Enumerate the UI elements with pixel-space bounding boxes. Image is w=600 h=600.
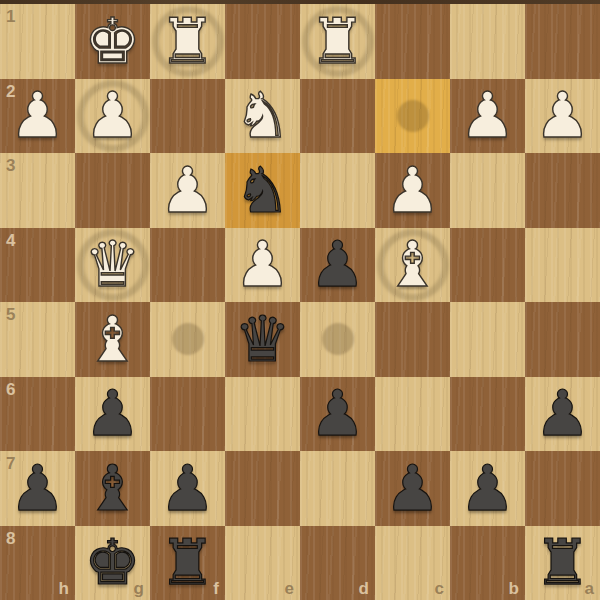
square-b5[interactable] bbox=[450, 302, 525, 377]
chess-app: 1♚♜♜2♟♟♞♟♟3♟♞♟4♛♟♟♝5♝♛6♟♟♟7♟♝♟♟♟8hg♚f♜ed… bbox=[0, 0, 600, 600]
black-rook[interactable]: ♜ bbox=[525, 526, 600, 600]
square-b7[interactable]: ♟ bbox=[450, 451, 525, 526]
square-h4[interactable]: 4 bbox=[0, 228, 75, 303]
square-e7[interactable] bbox=[225, 451, 300, 526]
black-rook[interactable]: ♜ bbox=[150, 526, 225, 600]
white-bishop[interactable]: ♝ bbox=[375, 228, 450, 303]
square-c4[interactable]: ♝ bbox=[375, 228, 450, 303]
square-h8[interactable]: 8h bbox=[0, 526, 75, 600]
rank-label-4: 4 bbox=[6, 232, 15, 249]
square-d6[interactable]: ♟ bbox=[300, 377, 375, 452]
square-d2[interactable] bbox=[300, 79, 375, 154]
square-e5[interactable]: ♛ bbox=[225, 302, 300, 377]
white-pawn[interactable]: ♟ bbox=[75, 79, 150, 154]
square-b6[interactable] bbox=[450, 377, 525, 452]
square-g2[interactable]: ♟ bbox=[75, 79, 150, 154]
black-pawn[interactable]: ♟ bbox=[75, 377, 150, 452]
square-d4[interactable]: ♟ bbox=[300, 228, 375, 303]
white-bishop[interactable]: ♝ bbox=[75, 302, 150, 377]
white-pawn[interactable]: ♟ bbox=[0, 79, 75, 154]
square-e2[interactable]: ♞ bbox=[225, 79, 300, 154]
square-a7[interactable] bbox=[525, 451, 600, 526]
square-b3[interactable] bbox=[450, 153, 525, 228]
square-e8[interactable]: e bbox=[225, 526, 300, 600]
square-a3[interactable] bbox=[525, 153, 600, 228]
square-a1[interactable] bbox=[525, 4, 600, 79]
file-label-h: h bbox=[59, 580, 69, 597]
black-pawn[interactable]: ♟ bbox=[300, 377, 375, 452]
white-queen[interactable]: ♛ bbox=[75, 228, 150, 303]
square-h3[interactable]: 3 bbox=[0, 153, 75, 228]
square-d5[interactable] bbox=[300, 302, 375, 377]
black-pawn[interactable]: ♟ bbox=[300, 228, 375, 303]
square-a6[interactable]: ♟ bbox=[525, 377, 600, 452]
black-pawn[interactable]: ♟ bbox=[525, 377, 600, 452]
rank-label-1: 1 bbox=[6, 8, 15, 25]
square-f7[interactable]: ♟ bbox=[150, 451, 225, 526]
white-rook[interactable]: ♜ bbox=[300, 4, 375, 79]
square-h7[interactable]: 7♟ bbox=[0, 451, 75, 526]
white-knight[interactable]: ♞ bbox=[225, 79, 300, 154]
square-a4[interactable] bbox=[525, 228, 600, 303]
chess-board: 1♚♜♜2♟♟♞♟♟3♟♞♟4♛♟♟♝5♝♛6♟♟♟7♟♝♟♟♟8hg♚f♜ed… bbox=[0, 4, 600, 600]
square-c8[interactable]: c bbox=[375, 526, 450, 600]
square-g7[interactable]: ♝ bbox=[75, 451, 150, 526]
square-g1[interactable]: ♚ bbox=[75, 4, 150, 79]
black-bishop[interactable]: ♝ bbox=[75, 451, 150, 526]
square-g5[interactable]: ♝ bbox=[75, 302, 150, 377]
square-g4[interactable]: ♛ bbox=[75, 228, 150, 303]
move-hint-dot bbox=[322, 323, 354, 355]
square-d1[interactable]: ♜ bbox=[300, 4, 375, 79]
rank-label-6: 6 bbox=[6, 381, 15, 398]
square-f5[interactable] bbox=[150, 302, 225, 377]
square-e1[interactable] bbox=[225, 4, 300, 79]
square-f8[interactable]: f♜ bbox=[150, 526, 225, 600]
file-label-e: e bbox=[285, 580, 294, 597]
file-label-c: c bbox=[435, 580, 444, 597]
white-rook[interactable]: ♜ bbox=[150, 4, 225, 79]
white-pawn[interactable]: ♟ bbox=[450, 79, 525, 154]
square-d7[interactable] bbox=[300, 451, 375, 526]
square-h6[interactable]: 6 bbox=[0, 377, 75, 452]
square-f4[interactable] bbox=[150, 228, 225, 303]
black-pawn[interactable]: ♟ bbox=[0, 451, 75, 526]
square-d3[interactable] bbox=[300, 153, 375, 228]
square-f3[interactable]: ♟ bbox=[150, 153, 225, 228]
square-h1[interactable]: 1 bbox=[0, 4, 75, 79]
white-king[interactable]: ♚ bbox=[75, 4, 150, 79]
square-g6[interactable]: ♟ bbox=[75, 377, 150, 452]
rank-label-3: 3 bbox=[6, 157, 15, 174]
square-h2[interactable]: 2♟ bbox=[0, 79, 75, 154]
move-hint-dot bbox=[397, 100, 429, 132]
square-c2[interactable] bbox=[375, 79, 450, 154]
move-hint-dot bbox=[172, 323, 204, 355]
black-pawn[interactable]: ♟ bbox=[450, 451, 525, 526]
black-pawn[interactable]: ♟ bbox=[375, 451, 450, 526]
square-a2[interactable]: ♟ bbox=[525, 79, 600, 154]
square-h5[interactable]: 5 bbox=[0, 302, 75, 377]
square-c1[interactable] bbox=[375, 4, 450, 79]
white-pawn[interactable]: ♟ bbox=[375, 153, 450, 228]
rank-label-8: 8 bbox=[6, 530, 15, 547]
rank-label-5: 5 bbox=[6, 306, 15, 323]
black-queen[interactable]: ♛ bbox=[225, 302, 300, 377]
square-b8[interactable]: b bbox=[450, 526, 525, 600]
square-d8[interactable]: d bbox=[300, 526, 375, 600]
file-label-b: b bbox=[509, 580, 519, 597]
square-b1[interactable] bbox=[450, 4, 525, 79]
square-g8[interactable]: g♚ bbox=[75, 526, 150, 600]
black-pawn[interactable]: ♟ bbox=[150, 451, 225, 526]
square-f1[interactable]: ♜ bbox=[150, 4, 225, 79]
square-f2[interactable] bbox=[150, 79, 225, 154]
square-c6[interactable] bbox=[375, 377, 450, 452]
square-e6[interactable] bbox=[225, 377, 300, 452]
square-a5[interactable] bbox=[525, 302, 600, 377]
square-b4[interactable] bbox=[450, 228, 525, 303]
square-e3[interactable]: ♞ bbox=[225, 153, 300, 228]
white-pawn[interactable]: ♟ bbox=[225, 228, 300, 303]
square-e4[interactable]: ♟ bbox=[225, 228, 300, 303]
square-c5[interactable] bbox=[375, 302, 450, 377]
square-g3[interactable] bbox=[75, 153, 150, 228]
square-c7[interactable]: ♟ bbox=[375, 451, 450, 526]
black-knight[interactable]: ♞ bbox=[225, 153, 300, 228]
black-king[interactable]: ♚ bbox=[75, 526, 150, 600]
white-pawn[interactable]: ♟ bbox=[150, 153, 225, 228]
square-f6[interactable] bbox=[150, 377, 225, 452]
board-top-edge bbox=[0, 0, 600, 4]
file-label-d: d bbox=[359, 580, 369, 597]
square-b2[interactable]: ♟ bbox=[450, 79, 525, 154]
white-pawn[interactable]: ♟ bbox=[525, 79, 600, 154]
square-a8[interactable]: a♜ bbox=[525, 526, 600, 600]
square-c3[interactable]: ♟ bbox=[375, 153, 450, 228]
